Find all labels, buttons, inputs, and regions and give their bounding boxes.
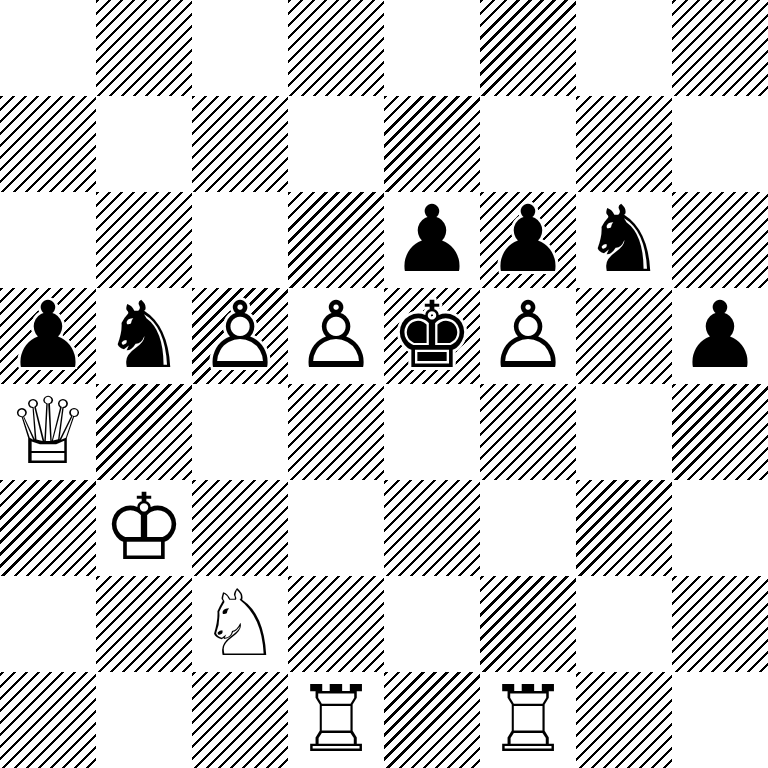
white-rook: ♜♖: [480, 672, 576, 768]
square-c3[interactable]: [192, 480, 288, 576]
square-c8[interactable]: [192, 0, 288, 96]
square-g8[interactable]: [576, 0, 672, 96]
square-b6[interactable]: [96, 192, 192, 288]
piece-glyph: ♙: [288, 288, 384, 384]
square-c4[interactable]: [192, 384, 288, 480]
chess-board: ♟♟♟♟♞♞♟♟♞♞♟♙♟♙♚♚♟♙♟♟♛♕♚♔♞♘♜♖♜♖: [0, 0, 768, 768]
square-h6[interactable]: [672, 192, 768, 288]
square-f6[interactable]: ♟♟: [480, 192, 576, 288]
square-h3[interactable]: [672, 480, 768, 576]
square-h4[interactable]: [672, 384, 768, 480]
black-pawn: ♟♟: [672, 288, 768, 384]
square-g7[interactable]: [576, 96, 672, 192]
square-d8[interactable]: [288, 0, 384, 96]
square-f8[interactable]: [480, 0, 576, 96]
piece-glyph: ♞: [96, 288, 192, 384]
square-d5[interactable]: ♟♙: [288, 288, 384, 384]
square-d3[interactable]: [288, 480, 384, 576]
square-d2[interactable]: [288, 576, 384, 672]
square-e8[interactable]: [384, 0, 480, 96]
square-a2[interactable]: [0, 576, 96, 672]
square-d4[interactable]: [288, 384, 384, 480]
square-g6[interactable]: ♞♞: [576, 192, 672, 288]
piece-glyph: ♖: [480, 672, 576, 768]
piece-glyph: ♟: [0, 288, 96, 384]
piece-glyph: ♕: [0, 384, 96, 480]
square-g4[interactable]: [576, 384, 672, 480]
piece-glyph: ♚: [384, 288, 480, 384]
square-a3[interactable]: [0, 480, 96, 576]
piece-glyph: ♟: [480, 192, 576, 288]
square-h8[interactable]: [672, 0, 768, 96]
square-a1[interactable]: [0, 672, 96, 768]
square-c1[interactable]: [192, 672, 288, 768]
piece-glyph: ♞: [576, 192, 672, 288]
piece-glyph: ♘: [192, 576, 288, 672]
square-f5[interactable]: ♟♙: [480, 288, 576, 384]
square-e6[interactable]: ♟♟: [384, 192, 480, 288]
square-d7[interactable]: [288, 96, 384, 192]
black-knight: ♞♞: [576, 192, 672, 288]
square-c6[interactable]: [192, 192, 288, 288]
square-h5[interactable]: ♟♟: [672, 288, 768, 384]
black-king: ♚♚: [384, 288, 480, 384]
square-f3[interactable]: [480, 480, 576, 576]
square-h2[interactable]: [672, 576, 768, 672]
square-e1[interactable]: [384, 672, 480, 768]
square-d6[interactable]: [288, 192, 384, 288]
square-b7[interactable]: [96, 96, 192, 192]
white-pawn: ♟♙: [288, 288, 384, 384]
white-pawn: ♟♙: [480, 288, 576, 384]
square-f1[interactable]: ♜♖: [480, 672, 576, 768]
white-pawn: ♟♙: [192, 288, 288, 384]
square-h1[interactable]: [672, 672, 768, 768]
square-f2[interactable]: [480, 576, 576, 672]
square-e4[interactable]: [384, 384, 480, 480]
square-c5[interactable]: ♟♙: [192, 288, 288, 384]
square-a6[interactable]: [0, 192, 96, 288]
square-c2[interactable]: ♞♘: [192, 576, 288, 672]
piece-glyph: ♟: [672, 288, 768, 384]
square-a5[interactable]: ♟♟: [0, 288, 96, 384]
piece-glyph: ♔: [96, 480, 192, 576]
square-h7[interactable]: [672, 96, 768, 192]
white-king: ♚♔: [96, 480, 192, 576]
square-b4[interactable]: [96, 384, 192, 480]
black-pawn: ♟♟: [480, 192, 576, 288]
square-d1[interactable]: ♜♖: [288, 672, 384, 768]
square-b1[interactable]: [96, 672, 192, 768]
square-f4[interactable]: [480, 384, 576, 480]
square-g2[interactable]: [576, 576, 672, 672]
square-g5[interactable]: [576, 288, 672, 384]
square-a4[interactable]: ♛♕: [0, 384, 96, 480]
white-queen: ♛♕: [0, 384, 96, 480]
square-b3[interactable]: ♚♔: [96, 480, 192, 576]
black-knight: ♞♞: [96, 288, 192, 384]
piece-glyph: ♟: [384, 192, 480, 288]
square-a7[interactable]: [0, 96, 96, 192]
square-g3[interactable]: [576, 480, 672, 576]
square-b8[interactable]: [96, 0, 192, 96]
square-e3[interactable]: [384, 480, 480, 576]
square-f7[interactable]: [480, 96, 576, 192]
piece-glyph: ♖: [288, 672, 384, 768]
square-e5[interactable]: ♚♚: [384, 288, 480, 384]
square-b2[interactable]: [96, 576, 192, 672]
square-a8[interactable]: [0, 0, 96, 96]
square-c7[interactable]: [192, 96, 288, 192]
piece-glyph: ♙: [480, 288, 576, 384]
piece-glyph: ♙: [192, 288, 288, 384]
white-rook: ♜♖: [288, 672, 384, 768]
square-e7[interactable]: [384, 96, 480, 192]
square-g1[interactable]: [576, 672, 672, 768]
black-pawn: ♟♟: [384, 192, 480, 288]
square-e2[interactable]: [384, 576, 480, 672]
square-b5[interactable]: ♞♞: [96, 288, 192, 384]
white-knight: ♞♘: [192, 576, 288, 672]
black-pawn: ♟♟: [0, 288, 96, 384]
